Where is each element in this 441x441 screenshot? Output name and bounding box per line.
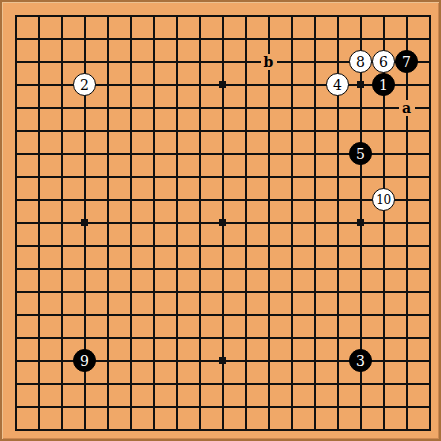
stone-black-5-Q13: 5 [349, 142, 372, 165]
stone-black-7-S17: 7 [395, 50, 418, 73]
stone-move-number: 1 [379, 78, 388, 92]
go-diagram: ab12345678910 [0, 0, 441, 441]
stone-black-1-R16: 1 [372, 73, 395, 96]
stone-move-number: 3 [356, 354, 365, 368]
star-point-K4 [219, 357, 226, 364]
stone-black-9-D4: 9 [73, 349, 96, 372]
point-label-b: b [261, 54, 277, 70]
star-point-D10 [81, 219, 88, 226]
stone-white-8-Q17: 8 [349, 50, 372, 73]
board-frame: ab12345678910 [0, 0, 441, 441]
stone-move-number: 2 [80, 78, 89, 92]
stone-white-10-R11: 10 [372, 188, 395, 211]
stone-white-2-D16: 2 [73, 73, 96, 96]
go-board: ab12345678910 [4, 4, 441, 441]
point-label-a: a [399, 100, 415, 116]
stone-move-number: 9 [80, 354, 89, 368]
stone-move-number: 7 [402, 55, 411, 69]
stone-black-3-Q4: 3 [349, 349, 372, 372]
stone-white-4-P16: 4 [326, 73, 349, 96]
star-point-Q10 [357, 219, 364, 226]
stone-white-6-R17: 6 [372, 50, 395, 73]
star-point-Q16 [357, 81, 364, 88]
stone-move-number: 8 [356, 55, 365, 69]
star-point-K10 [219, 219, 226, 226]
stone-move-number: 5 [356, 147, 365, 161]
star-point-K16 [219, 81, 226, 88]
stone-move-number: 6 [379, 55, 388, 69]
stone-move-number: 10 [376, 194, 390, 206]
stone-move-number: 4 [333, 78, 342, 92]
